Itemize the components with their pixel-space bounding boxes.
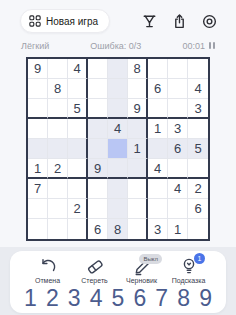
trophy-icon[interactable]	[141, 13, 158, 30]
numkey-3[interactable]: 3	[68, 285, 81, 311]
cell-r1c9[interactable]	[188, 59, 208, 79]
cell-r6c2[interactable]: 2	[48, 159, 68, 179]
draft-label: Черновик	[126, 277, 157, 284]
cell-r1c7[interactable]	[148, 59, 168, 79]
cell-r1c4[interactable]	[88, 59, 108, 79]
draft-off-badge: Выкл	[139, 254, 162, 264]
cell-r2c6[interactable]	[128, 79, 148, 99]
cell-r6c6[interactable]	[128, 159, 148, 179]
numkey-9[interactable]: 9	[199, 285, 212, 311]
numkey-7[interactable]: 7	[155, 285, 168, 311]
cell-r5c3[interactable]	[68, 139, 88, 159]
numkey-6[interactable]: 6	[133, 285, 146, 311]
new-game-button[interactable]: Новая игра	[20, 9, 110, 33]
cell-r7c9[interactable]: 2	[188, 179, 208, 199]
cell-r2c9[interactable]: 4	[188, 79, 208, 99]
cell-r4c7[interactable]: 1	[148, 119, 168, 139]
cell-r9c2[interactable]	[48, 219, 68, 239]
cell-r9c1[interactable]	[28, 219, 48, 239]
cell-r7c1[interactable]: 7	[28, 179, 48, 199]
cell-r5c8[interactable]: 6	[168, 139, 188, 159]
cell-r8c7[interactable]	[148, 199, 168, 219]
cell-r8c3[interactable]: 2	[68, 199, 88, 219]
cell-r2c3[interactable]	[68, 79, 88, 99]
sudoku-board: 9488645934131651294742266831	[26, 57, 210, 241]
cell-r4c2[interactable]	[48, 119, 68, 139]
cell-r3c9[interactable]: 3	[188, 99, 208, 119]
mistakes-counter: Ошибка: 0/3	[90, 41, 141, 51]
hint-button[interactable]: 1 Подсказка	[165, 257, 212, 284]
cell-r5c2[interactable]	[48, 139, 68, 159]
cell-r2c7[interactable]: 6	[148, 79, 168, 99]
pause-icon[interactable]	[209, 42, 215, 49]
cell-r1c8[interactable]	[168, 59, 188, 79]
hint-count-badge: 1	[194, 253, 205, 264]
cell-r3c5[interactable]	[108, 99, 128, 119]
control-panel: Отмена Стереть Выкл Черновик	[10, 251, 226, 313]
timer: 00:01	[182, 41, 215, 51]
cell-r6c8[interactable]	[168, 159, 188, 179]
cell-r6c9[interactable]	[188, 159, 208, 179]
cell-r3c6[interactable]: 9	[128, 99, 148, 119]
settings-icon[interactable]	[201, 13, 218, 30]
cell-r3c2[interactable]	[48, 99, 68, 119]
undo-icon	[37, 257, 59, 276]
cell-r8c2[interactable]	[48, 199, 68, 219]
undo-label: Отмена	[35, 277, 60, 284]
cell-r8c8[interactable]	[168, 199, 188, 219]
cell-r3c8[interactable]	[168, 99, 188, 119]
erase-label: Стереть	[81, 277, 107, 284]
cell-r9c9[interactable]	[188, 219, 208, 239]
cell-r2c8[interactable]	[168, 79, 188, 99]
cell-r4c5[interactable]: 4	[108, 119, 128, 139]
cell-r8c5[interactable]	[108, 199, 128, 219]
cell-r9c3[interactable]	[68, 219, 88, 239]
difficulty-label: Лёгкий	[21, 41, 49, 51]
cell-r4c4[interactable]	[88, 119, 108, 139]
cell-r7c8[interactable]: 4	[168, 179, 188, 199]
undo-button[interactable]: Отмена	[24, 257, 71, 284]
cell-r3c1[interactable]	[28, 99, 48, 119]
cell-r6c7[interactable]: 4	[148, 159, 168, 179]
cell-r9c4[interactable]: 6	[88, 219, 108, 239]
cell-r3c7[interactable]	[148, 99, 168, 119]
cell-r1c1[interactable]: 9	[28, 59, 48, 79]
timer-value: 00:01	[182, 41, 205, 51]
header-icons	[141, 13, 224, 30]
cell-r8c4[interactable]	[88, 199, 108, 219]
cell-r7c3[interactable]	[68, 179, 88, 199]
share-icon[interactable]	[171, 13, 188, 30]
cell-r1c2[interactable]	[48, 59, 68, 79]
numkey-2[interactable]: 2	[46, 285, 59, 311]
cell-r4c6[interactable]	[128, 119, 148, 139]
new-game-label: Новая игра	[46, 16, 98, 27]
cell-r5c6[interactable]: 1	[128, 139, 148, 159]
cell-r6c4[interactable]: 9	[88, 159, 108, 179]
cell-r7c6[interactable]	[128, 179, 148, 199]
numkey-1[interactable]: 1	[24, 285, 37, 311]
cell-r5c9[interactable]: 5	[188, 139, 208, 159]
cell-r5c4[interactable]	[88, 139, 108, 159]
cell-r6c5[interactable]	[108, 159, 128, 179]
grid-icon	[29, 15, 41, 27]
number-pad: 1 2 3 4 5 6 7 8 9	[12, 284, 224, 311]
cell-r5c7[interactable]	[148, 139, 168, 159]
cell-r2c4[interactable]	[88, 79, 108, 99]
numkey-8[interactable]: 8	[177, 285, 190, 311]
bottom-area: Отмена Стереть Выкл Черновик	[0, 247, 236, 315]
cell-r9c7[interactable]: 3	[148, 219, 168, 239]
numkey-4[interactable]: 4	[90, 285, 103, 311]
numkey-5[interactable]: 5	[112, 285, 125, 311]
draft-button[interactable]: Выкл Черновик	[118, 257, 165, 284]
cell-r1c6[interactable]: 8	[128, 59, 148, 79]
cell-r1c3[interactable]: 4	[68, 59, 88, 79]
cell-r8c9[interactable]: 6	[188, 199, 208, 219]
cell-r8c1[interactable]	[28, 199, 48, 219]
cell-r7c7[interactable]	[148, 179, 168, 199]
cell-r5c1[interactable]	[28, 139, 48, 159]
cell-r7c5[interactable]	[108, 179, 128, 199]
header: Новая игра	[20, 10, 224, 32]
cell-r4c3[interactable]	[68, 119, 88, 139]
eraser-icon	[84, 257, 106, 276]
tools-row: Отмена Стереть Выкл Черновик	[12, 255, 224, 284]
cell-r3c4[interactable]	[88, 99, 108, 119]
cell-r6c1[interactable]: 1	[28, 159, 48, 179]
cell-r8c6[interactable]	[128, 199, 148, 219]
cell-r7c4[interactable]	[88, 179, 108, 199]
cell-r9c5[interactable]: 8	[108, 219, 128, 239]
cell-r6c3[interactable]	[68, 159, 88, 179]
cell-r9c8[interactable]: 1	[168, 219, 188, 239]
cell-r2c1[interactable]	[28, 79, 48, 99]
cell-r5c5[interactable]	[108, 139, 128, 159]
erase-button[interactable]: Стереть	[71, 257, 118, 284]
cell-r4c9[interactable]	[188, 119, 208, 139]
cell-r3c3[interactable]: 5	[68, 99, 88, 119]
cell-r4c1[interactable]	[28, 119, 48, 139]
hint-label: Подсказка	[172, 277, 206, 284]
cell-r4c8[interactable]: 3	[168, 119, 188, 139]
cell-r1c5[interactable]	[108, 59, 128, 79]
status-bar: Лёгкий Ошибка: 0/3 00:01	[21, 40, 215, 51]
cell-r2c2[interactable]: 8	[48, 79, 68, 99]
cell-r7c2[interactable]	[48, 179, 68, 199]
cell-r9c6[interactable]	[128, 219, 148, 239]
cell-r2c5[interactable]	[108, 79, 128, 99]
